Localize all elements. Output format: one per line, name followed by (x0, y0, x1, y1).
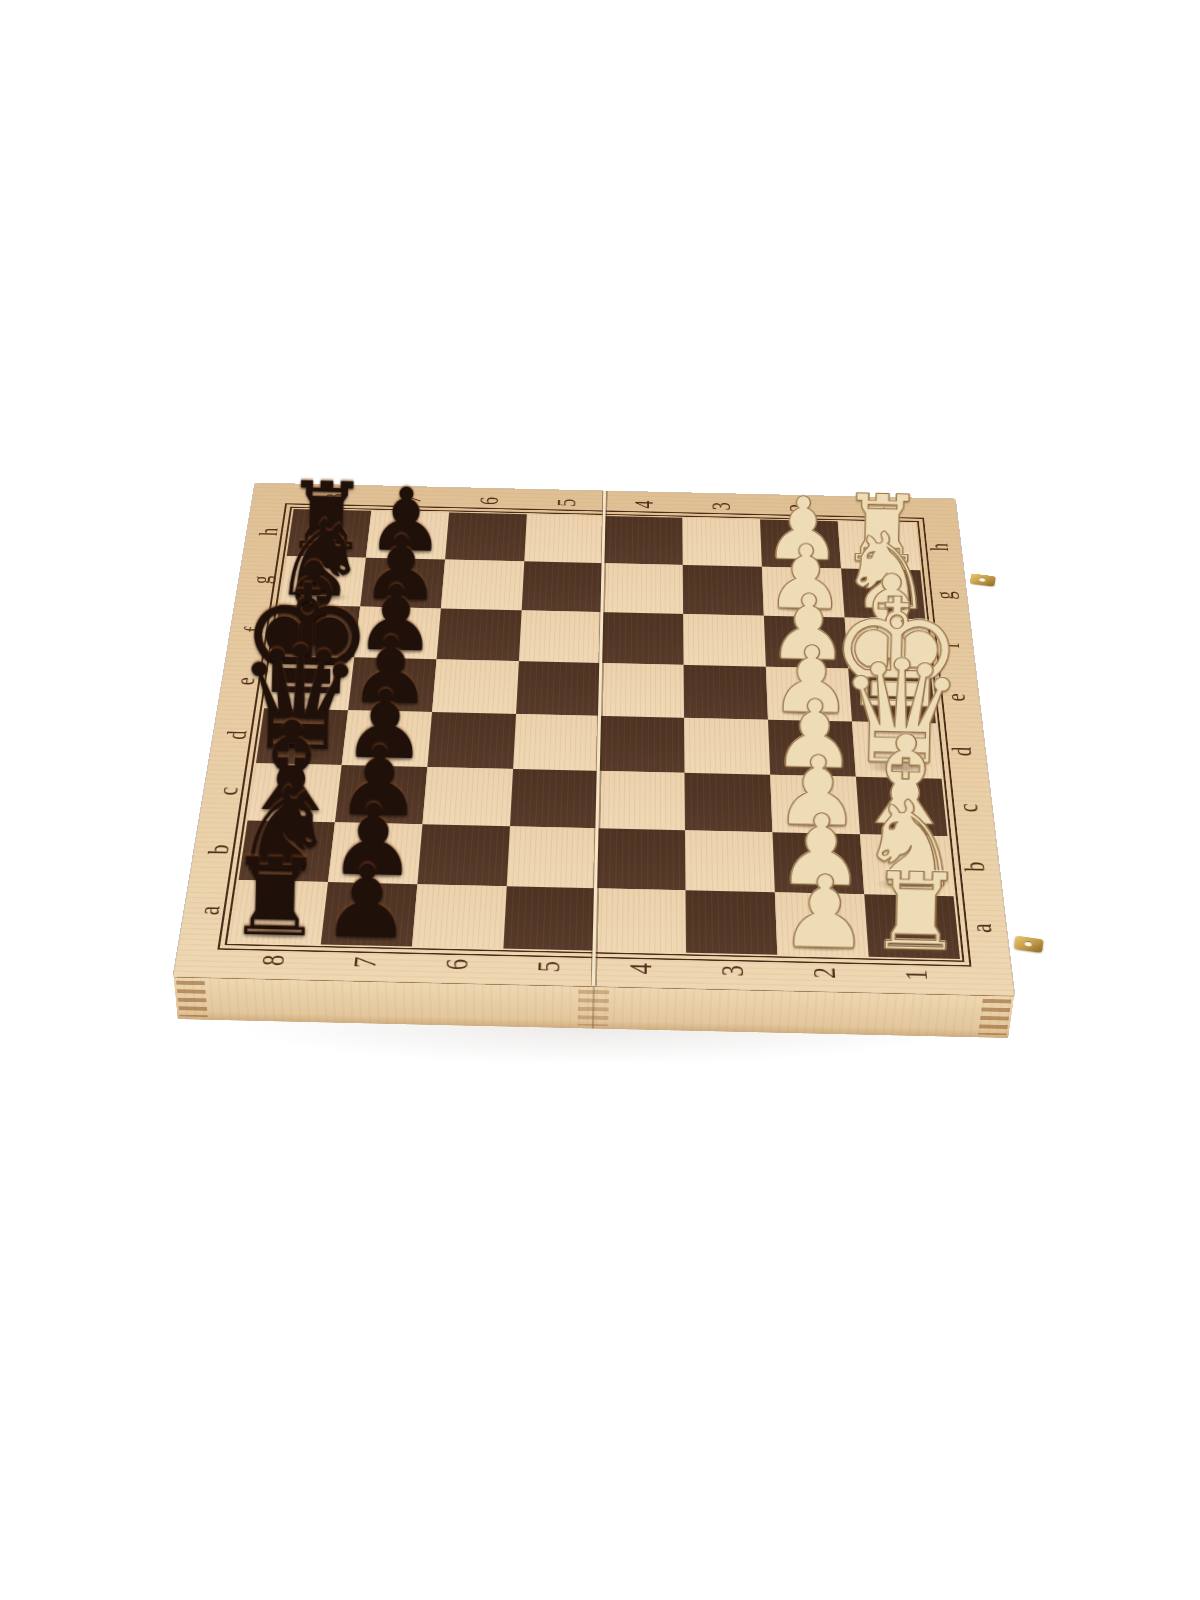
square-d5[interactable] (513, 714, 600, 771)
square-g4[interactable] (602, 563, 683, 614)
rank-label-7: 7 (391, 476, 432, 523)
chessboard-scene: 87654321 87654321 hgfedcba hgfedcba ♜♟♟♜… (209, 325, 990, 1106)
square-e4[interactable] (600, 663, 684, 718)
clasp-hole (1024, 941, 1032, 947)
finger-joint-left (176, 981, 208, 1017)
square-c4[interactable] (597, 771, 685, 830)
piece-white-rook[interactable]: ♜ (823, 857, 1009, 968)
rank-label-6: 6 (469, 478, 509, 525)
rank-label-4: 4 (625, 481, 662, 528)
rank-label-1: 1 (855, 487, 896, 534)
square-f5[interactable] (519, 610, 602, 663)
piece-black-pawn[interactable]: ♟ (274, 851, 459, 955)
square-b4[interactable] (596, 828, 685, 890)
file-label-h: h (228, 520, 310, 544)
rank-label-8: 8 (313, 474, 356, 521)
finger-joint-center (578, 990, 609, 1026)
square-d4[interactable] (599, 716, 685, 773)
square-e5[interactable] (516, 661, 601, 716)
board-side-front (174, 977, 1015, 1039)
square-a4[interactable] (595, 888, 686, 953)
square-b5[interactable] (507, 826, 598, 888)
brass-clasp-lower-icon (1014, 936, 1044, 953)
finger-joint-right (978, 999, 1011, 1035)
rank-label-2: 2 (779, 485, 818, 532)
square-c5[interactable] (510, 769, 599, 828)
square-a7[interactable]: ♟ (321, 882, 418, 946)
rank-label-3: 3 (702, 483, 740, 530)
square-a5[interactable] (503, 886, 596, 950)
file-label-h: h (899, 535, 980, 559)
folding-chessboard: 87654321 87654321 hgfedcba hgfedcba ♜♟♟♜… (174, 483, 1015, 996)
square-g5[interactable] (522, 561, 604, 612)
rank-label-5: 5 (547, 480, 586, 527)
square-f4[interactable] (601, 612, 683, 665)
square-a1[interactable]: ♜ (864, 894, 960, 959)
